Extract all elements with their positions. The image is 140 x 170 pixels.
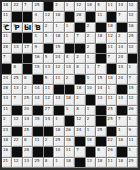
grid-cell[interactable]: 23	[2, 127, 12, 137]
cell-number: 1	[87, 54, 90, 59]
grid-cell[interactable]: 18	[65, 137, 75, 147]
grid-cell[interactable]: 12	[12, 116, 22, 126]
cell-number: 12	[76, 116, 81, 121]
cell-number: 7	[129, 75, 132, 80]
black-cell	[96, 44, 106, 54]
cell-number: 18	[87, 137, 92, 142]
grid-cell[interactable]: 1	[54, 158, 64, 168]
grid-cell[interactable]: 11	[2, 106, 12, 116]
grid-cell[interactable]: 12	[128, 95, 138, 105]
cell-number: 9	[13, 23, 16, 28]
cell-number: 1	[129, 147, 132, 152]
grid-cell[interactable]: 8	[75, 106, 85, 116]
grid-cell[interactable]: 18	[2, 137, 12, 147]
cell-number: 14	[118, 95, 123, 100]
grid-cell[interactable]: 12	[75, 116, 85, 126]
grid-cell[interactable]: 18	[54, 12, 64, 22]
grid-cell[interactable]: 24	[117, 75, 127, 85]
grid-cell[interactable]: 12	[107, 33, 117, 43]
grid-cell[interactable]: 14	[44, 116, 54, 126]
grid-cell[interactable]: 4	[65, 54, 75, 64]
cell-number: 1	[55, 23, 58, 28]
cell-number: 15	[34, 64, 39, 69]
cell-number: 12	[76, 2, 81, 7]
grid-cell[interactable]: 13	[44, 64, 54, 74]
cell-number: 2	[118, 33, 121, 38]
grid-cell[interactable]: 26	[107, 147, 117, 157]
grid-cell[interactable]: 5	[44, 54, 54, 64]
cell-number: 7	[24, 2, 27, 7]
grid-cell[interactable]: 1	[86, 127, 96, 137]
cell-number: 11	[66, 147, 71, 152]
black-cell	[12, 147, 22, 157]
grid-cell[interactable]: 18	[75, 85, 85, 95]
cell-number: 12	[13, 158, 18, 163]
grid-cell[interactable]: 8	[75, 64, 85, 74]
cell-number: 8	[13, 64, 16, 69]
grid-cell[interactable]: 7	[23, 2, 33, 12]
cell-number: 22	[108, 137, 113, 142]
grid-cell[interactable]: 13	[54, 95, 64, 105]
grid-cell[interactable]: 11	[107, 158, 117, 168]
grid-cell[interactable]: 1	[65, 106, 75, 116]
grid-cell[interactable]: 26	[65, 127, 75, 137]
grid-cell[interactable]: 2	[54, 2, 64, 12]
grid-cell[interactable]: 7	[2, 54, 12, 64]
grid-cell[interactable]: 21	[2, 158, 12, 168]
cell-number: 18	[66, 137, 71, 142]
black-cell	[96, 116, 106, 126]
black-cell	[44, 147, 54, 157]
grid-cell[interactable]: 11	[65, 147, 75, 157]
cell-number: 22	[13, 137, 18, 142]
cell-number: 18	[66, 158, 71, 163]
black-cell	[23, 64, 33, 74]
cell-number: 15	[129, 85, 134, 90]
grid-cell[interactable]: 18	[86, 2, 96, 12]
grid-cell[interactable]: 2	[2, 116, 12, 126]
cell-number: 14	[118, 2, 123, 7]
grid-cell[interactable]: 14	[96, 85, 106, 95]
cell-number: 15	[97, 75, 102, 80]
cell-number: 25	[13, 75, 18, 80]
cell-number: 7	[13, 95, 16, 100]
cell-number: 25	[24, 127, 29, 132]
grid-cell[interactable]: 18	[2, 2, 12, 12]
cell-number: 2	[66, 75, 69, 80]
grid-cell[interactable]: 1	[86, 54, 96, 64]
grid-cell[interactable]: 1	[65, 33, 75, 43]
grid-cell[interactable]: 25	[128, 33, 138, 43]
cell-number: 16	[3, 147, 8, 152]
grid-cell[interactable]: 25	[96, 127, 106, 137]
grid-cell[interactable]: 11	[107, 2, 117, 12]
black-cell	[75, 137, 85, 147]
grid-cell[interactable]: 5	[44, 75, 54, 85]
cell-number: 18	[66, 95, 71, 100]
grid-cell[interactable]: 25	[107, 116, 117, 126]
grid-cell[interactable]: 16	[2, 147, 12, 157]
grid-cell[interactable]: 18	[117, 158, 127, 168]
grid-cell[interactable]: 12	[44, 95, 54, 105]
cell-number: 1	[108, 85, 111, 90]
cell-number: 18	[97, 158, 102, 163]
grid-cell[interactable]: 1	[54, 23, 64, 33]
cell-number: 14	[118, 44, 123, 49]
black-cell	[23, 54, 33, 64]
grid-cell[interactable]: 8	[23, 75, 33, 85]
grid-cell[interactable]: 9Р	[12, 23, 22, 33]
grid-cell[interactable]: 7	[75, 33, 85, 43]
grid-cell[interactable]: 2	[75, 54, 85, 64]
grid-cell[interactable]: 17	[23, 44, 33, 54]
grid-cell[interactable]: 8	[12, 64, 22, 74]
black-cell	[96, 54, 106, 64]
cell-number: 11	[97, 12, 102, 17]
cell-number: 18	[129, 23, 134, 28]
grid-cell[interactable]: 26	[128, 106, 138, 116]
grid-cell[interactable]: 20	[23, 106, 33, 116]
cell-number: 28	[24, 147, 29, 152]
grid-cell[interactable]: 18	[117, 137, 127, 147]
grid-cell[interactable]: 25	[107, 106, 117, 116]
grid-cell[interactable]: 25	[23, 95, 33, 105]
grid-cell[interactable]: 13	[86, 158, 96, 168]
cell-number: 22	[13, 2, 18, 7]
grid-cell[interactable]: 2	[75, 95, 85, 105]
cell-number: 18	[118, 158, 123, 163]
black-cell	[107, 12, 117, 22]
cell-number: 21	[3, 158, 8, 163]
black-cell	[128, 54, 138, 64]
grid-cell[interactable]: 18	[107, 23, 117, 33]
grid-cell[interactable]: 1	[128, 147, 138, 157]
cell-number: 26	[66, 127, 71, 132]
grid-cell[interactable]: 18	[96, 158, 106, 168]
cell-number: 11	[45, 85, 50, 90]
cell-number: 25	[55, 137, 60, 142]
black-cell	[65, 12, 75, 22]
grid-cell[interactable]: 1	[65, 23, 75, 33]
grid-cell[interactable]: 25	[23, 127, 33, 137]
cell-number: 8	[97, 147, 100, 152]
cell-number: 14	[34, 85, 39, 90]
grid-cell[interactable]: 18	[65, 95, 75, 105]
grid-cell[interactable]: 14	[117, 44, 127, 54]
cell-number: 11	[129, 137, 134, 142]
grid-cell[interactable]: 14	[117, 2, 127, 12]
cell-number: 1	[66, 106, 69, 111]
grid-cell[interactable]: 2	[86, 33, 96, 43]
grid-cell[interactable]: 1	[107, 85, 117, 95]
cell-number: 24	[118, 75, 123, 80]
grid-cell[interactable]: 11	[44, 85, 54, 95]
cell-number: 14	[34, 95, 39, 100]
grid-cell[interactable]: 2	[86, 44, 96, 54]
grid-cell[interactable]: 11	[2, 12, 12, 22]
grid-cell[interactable]: 8	[96, 147, 106, 157]
grid-cell[interactable]: 1	[86, 106, 96, 116]
grid-cell[interactable]: 22	[107, 137, 117, 147]
grid-cell[interactable]: 14	[33, 95, 43, 105]
grid-cell[interactable]: 12	[128, 2, 138, 12]
grid-cell[interactable]: 12	[54, 64, 64, 74]
grid-cell[interactable]: 14	[23, 116, 33, 126]
cell-number: 7	[108, 54, 111, 59]
crossword-board: 182272521121851114121141218281171226С9Р2…	[0, 0, 140, 170]
grid-cell[interactable]: 1	[117, 127, 127, 137]
black-cell	[54, 106, 64, 116]
cell-number: 5	[97, 2, 100, 7]
grid-cell[interactable]: 1	[33, 33, 43, 43]
black-cell	[23, 33, 33, 43]
grid-cell[interactable]: 18	[54, 127, 64, 137]
cell-number: 8	[24, 137, 27, 142]
cell-number: 11	[34, 137, 39, 142]
grid-cell[interactable]: 12	[44, 12, 54, 22]
cell-number: 18	[3, 2, 8, 7]
grid-cell[interactable]: 7	[12, 95, 22, 105]
cell-number: 4	[66, 54, 69, 59]
grid-cell[interactable]: 7	[107, 54, 117, 64]
cell-number: 12	[108, 33, 113, 38]
cell-number: 25	[108, 116, 113, 121]
cell-number: 11	[108, 158, 113, 163]
grid-cell[interactable]: 13	[12, 85, 22, 95]
cell-number: 5	[45, 33, 48, 38]
cell-number: 12	[129, 12, 134, 17]
grid-cell[interactable]: 14	[117, 64, 127, 74]
cell-number: 20	[24, 106, 29, 111]
grid-cell[interactable]: 11	[128, 137, 138, 147]
cell-number: 7	[76, 33, 79, 38]
cell-number: 15	[55, 44, 60, 49]
grid-cell[interactable]: 18	[128, 23, 138, 33]
cell-number: 18	[118, 137, 123, 142]
grid-cell[interactable]: 13	[2, 95, 12, 105]
grid-cell[interactable]: 18	[54, 33, 64, 43]
grid-cell[interactable]: 26С	[2, 23, 12, 33]
grid-cell[interactable]: 9	[128, 127, 138, 137]
cell-number: 1	[66, 2, 69, 7]
grid-cell[interactable]: 18	[96, 33, 106, 43]
grid-cell[interactable]: 13	[23, 158, 33, 168]
grid-cell[interactable]: 15	[54, 44, 64, 54]
grid-cell[interactable]: 28	[75, 12, 85, 22]
cell-number: 25	[34, 158, 39, 163]
cell-number: 1	[66, 33, 69, 38]
black-cell	[96, 23, 106, 33]
cell-number: 2	[76, 54, 79, 59]
cell-number: 18	[108, 23, 113, 28]
grid-cell[interactable]: 28	[2, 44, 12, 54]
cell-number: 18	[87, 2, 92, 7]
grid-cell[interactable]: 12	[75, 2, 85, 12]
grid-cell[interactable]: 1	[54, 116, 64, 126]
grid-cell[interactable]: 1	[86, 64, 96, 74]
grid-cell[interactable]: 25	[33, 158, 43, 168]
cell-number: 2	[24, 85, 27, 90]
cell-number: 25	[24, 95, 29, 100]
black-cell	[107, 64, 117, 74]
grid-cell[interactable]: 12	[12, 158, 22, 168]
grid-cell[interactable]: 2	[65, 75, 75, 85]
grid-cell[interactable]: 15	[33, 116, 43, 126]
cell-number: 12	[45, 12, 50, 17]
cell-number: 2	[45, 137, 48, 142]
grid-cell[interactable]: 11	[54, 75, 64, 85]
cell-number: 1	[87, 64, 90, 69]
cell-number: 14	[118, 64, 123, 69]
grid-cell[interactable]: 7	[75, 147, 85, 157]
grid-cell[interactable]: 12	[128, 44, 138, 54]
grid-cell[interactable]: 2	[44, 23, 54, 33]
grid-cell[interactable]: 11	[107, 44, 117, 54]
cell-number: 1	[87, 127, 90, 132]
cell-number: 13	[87, 158, 92, 163]
black-cell	[65, 116, 75, 126]
grid-cell[interactable]: 8	[23, 137, 33, 147]
grid-cell[interactable]: 1	[65, 2, 75, 12]
grid-cell[interactable]: 8В	[33, 23, 43, 33]
black-cell	[12, 127, 22, 137]
black-cell	[33, 127, 43, 137]
grid-cell[interactable]: 2	[86, 116, 96, 126]
cell-number: 13	[97, 95, 102, 100]
grid-cell[interactable]: 18	[86, 137, 96, 147]
grid-cell[interactable]: 8	[44, 158, 54, 168]
cell-number: 5	[45, 75, 48, 80]
cell-number: 27	[45, 106, 50, 111]
grid-cell[interactable]: 7	[128, 75, 138, 85]
black-cell	[117, 85, 127, 95]
grid-cell[interactable]: 2	[23, 85, 33, 95]
grid-cell[interactable]: 16	[33, 54, 43, 64]
grid-cell[interactable]: 25	[33, 2, 43, 12]
black-cell	[86, 95, 96, 105]
grid-cell[interactable]: 10	[86, 85, 96, 95]
black-cell	[44, 127, 54, 137]
black-cell	[117, 23, 127, 33]
grid-cell[interactable]: 22	[12, 2, 22, 12]
cell-number: 2	[3, 116, 6, 121]
black-cell	[96, 106, 106, 116]
grid-cell[interactable]: 11	[2, 33, 12, 43]
grid-cell[interactable]: 12	[128, 12, 138, 22]
grid-cell[interactable]: 2	[44, 137, 54, 147]
cell-number: 12	[129, 44, 134, 49]
cell-number: 1	[55, 158, 58, 163]
cell-number: 12	[45, 95, 50, 100]
grid-cell[interactable]: 25	[54, 137, 64, 147]
grid-cell[interactable]: 18	[65, 158, 75, 168]
grid-cell[interactable]: 7	[117, 116, 127, 126]
grid-cell[interactable]: 24	[117, 54, 127, 64]
grid-cell[interactable]: 11	[96, 12, 106, 22]
grid-cell[interactable]: 1	[86, 75, 96, 85]
grid-cell[interactable]: 15	[128, 85, 138, 95]
grid-cell[interactable]: 10	[54, 147, 64, 157]
grid-cell[interactable]: 21Ы	[23, 23, 33, 33]
cell-number: 2	[87, 33, 90, 38]
cell-number: 12	[129, 2, 134, 7]
cell-number: 2	[45, 23, 48, 28]
grid-cell[interactable]: 1	[128, 64, 138, 74]
grid-cell[interactable]: 15	[96, 75, 106, 85]
grid-cell[interactable]: 5	[96, 2, 106, 12]
cell-number: 16	[34, 54, 39, 59]
cell-number: 1	[87, 106, 90, 111]
grid-cell[interactable]: 1	[128, 116, 138, 126]
grid-cell[interactable]: 25	[12, 75, 22, 85]
grid-cell[interactable]: 28	[2, 85, 12, 95]
black-cell	[75, 158, 85, 168]
black-cell	[12, 33, 22, 43]
grid-cell[interactable]: 14	[33, 85, 43, 95]
grid-cell[interactable]: 4	[33, 12, 43, 22]
grid-cell[interactable]: 15	[33, 64, 43, 74]
grid-cell[interactable]: 14	[117, 95, 127, 105]
grid-cell[interactable]: 13	[96, 95, 106, 105]
cell-number: 2	[55, 2, 58, 7]
cell-number: 1	[55, 116, 58, 121]
grid-cell[interactable]: 28	[23, 147, 33, 157]
cell-number: 11	[3, 33, 8, 38]
grid-cell[interactable]: 18	[107, 75, 117, 85]
grid-cell[interactable]: 13	[12, 44, 22, 54]
grid-cell[interactable]: 24	[54, 54, 64, 64]
grid-cell[interactable]: 5	[44, 33, 54, 43]
grid-cell[interactable]: 22	[12, 137, 22, 147]
cell-number: 24	[118, 54, 123, 59]
cell-number: 11	[108, 2, 113, 7]
cell-number: 11	[3, 106, 8, 111]
cell-number: 18	[97, 33, 102, 38]
cell-number: 7	[3, 54, 6, 59]
cell-number: 12	[129, 95, 134, 100]
cell-number: 8	[34, 23, 37, 28]
grid-cell[interactable]: 11	[33, 137, 43, 147]
grid-cell[interactable]: 7	[96, 64, 106, 74]
cell-number: 14	[45, 116, 50, 121]
cell-number: 8	[76, 64, 79, 69]
cell-number: 12	[55, 64, 60, 69]
cell-number: 18	[108, 75, 113, 80]
grid-cell[interactable]: 24	[2, 75, 12, 85]
cell-number: 7	[97, 64, 100, 69]
grid-cell[interactable]: 11	[107, 95, 117, 105]
cell-number: 17	[24, 44, 29, 49]
black-cell	[33, 75, 43, 85]
cell-number: 13	[55, 95, 60, 100]
grid-cell[interactable]: 14	[65, 64, 75, 74]
cell-number: 13	[45, 64, 50, 69]
grid-cell[interactable]: 24	[75, 127, 85, 137]
cell-number: 13	[3, 95, 8, 100]
grid-cell[interactable]: 7	[117, 12, 127, 22]
black-cell	[54, 85, 64, 95]
cell-number: 1	[34, 33, 37, 38]
black-cell	[117, 147, 127, 157]
cell-number: 1	[87, 75, 90, 80]
grid-cell[interactable]: 2	[117, 33, 127, 43]
grid-cell[interactable]: 2	[86, 23, 96, 33]
grid-cell[interactable]: 27	[44, 106, 54, 116]
grid-cell[interactable]: 25	[128, 158, 138, 168]
cell-number: 28	[76, 12, 81, 17]
grid-cell[interactable]: 9	[33, 44, 43, 54]
cell-number: 10	[55, 147, 60, 152]
